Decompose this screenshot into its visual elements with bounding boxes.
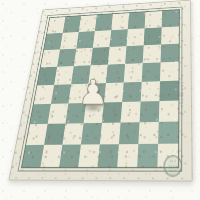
white-pawn[interactable]: ♟ [76, 74, 110, 114]
square-f8[interactable] [128, 12, 146, 29]
square-g5[interactable] [142, 62, 161, 81]
board-photo: ılıılııl ∙∙∙∙∙∙∙∙∙∙ ♟ [0, 0, 200, 200]
square-e2[interactable] [100, 123, 121, 145]
square-d6[interactable] [91, 47, 110, 65]
square-g8[interactable] [145, 11, 163, 28]
square-f7[interactable] [126, 28, 144, 46]
square-f1[interactable] [117, 144, 138, 167]
stamp-mark-line: ∙∙∙ [169, 169, 176, 173]
stamp-mark-line: ∙∙∙∙ [168, 164, 177, 168]
square-a5[interactable] [37, 67, 57, 86]
square-h8[interactable] [162, 10, 179, 27]
square-f4[interactable] [122, 82, 142, 102]
square-h4[interactable] [159, 81, 178, 101]
maker-stamp: ∙∙∙∙∙∙∙∙∙∙ [163, 155, 182, 177]
square-e6[interactable] [108, 46, 127, 64]
square-h3[interactable] [159, 101, 179, 122]
square-g3[interactable] [140, 101, 160, 122]
square-f5[interactable] [124, 63, 143, 82]
illegible-brand-microtext: ılıılııl [179, 62, 188, 108]
square-d2[interactable] [81, 123, 102, 145]
square-d1[interactable] [78, 144, 100, 167]
square-f2[interactable] [119, 122, 140, 144]
square-g2[interactable] [138, 122, 158, 144]
square-g1[interactable] [137, 144, 158, 167]
square-g7[interactable] [144, 27, 162, 45]
square-d7[interactable] [93, 30, 111, 48]
square-h6[interactable] [161, 44, 179, 63]
square-e8[interactable] [111, 13, 129, 30]
square-f6[interactable] [125, 45, 144, 64]
square-h7[interactable] [161, 26, 179, 44]
square-g4[interactable] [141, 81, 160, 101]
stamp-mark-line: ∙∙∙ [169, 159, 176, 163]
square-e1[interactable] [98, 144, 119, 167]
square-h5[interactable] [160, 62, 179, 82]
square-f3[interactable] [121, 102, 141, 123]
square-e7[interactable] [110, 29, 128, 47]
square-h2[interactable] [158, 122, 178, 144]
square-d8[interactable] [95, 14, 113, 31]
square-b2[interactable] [44, 124, 65, 145]
square-g6[interactable] [143, 44, 161, 63]
